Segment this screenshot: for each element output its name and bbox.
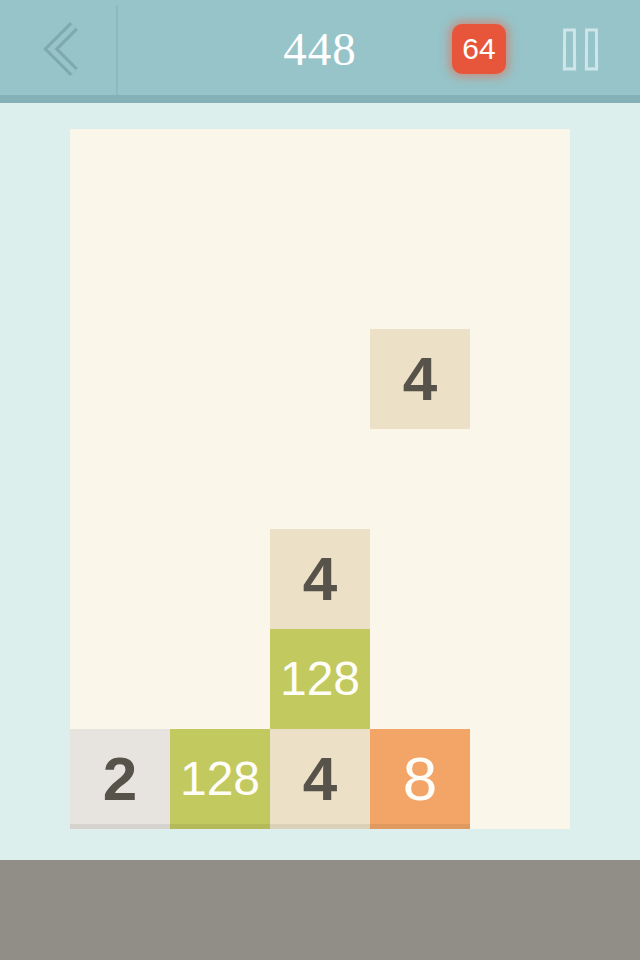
tile-128: 128 bbox=[270, 629, 370, 729]
pause-bar-right bbox=[584, 29, 597, 71]
footer-bar bbox=[0, 860, 640, 960]
tile-8: 8 bbox=[370, 729, 470, 829]
tile-4: 4 bbox=[270, 729, 370, 829]
tile-4: 4 bbox=[270, 529, 370, 629]
tile-128: 128 bbox=[170, 729, 270, 829]
game-board[interactable]: 44128212848 bbox=[70, 129, 570, 829]
header: 448 64 bbox=[0, 0, 640, 95]
header-separator bbox=[0, 95, 640, 103]
falling-tile[interactable]: 4 bbox=[370, 329, 470, 429]
pause-icon bbox=[563, 28, 598, 70]
pause-button[interactable] bbox=[544, 18, 616, 80]
pause-bar-left bbox=[562, 29, 575, 71]
app: 448 64 44128212848 bbox=[0, 0, 640, 960]
next-tile-badge: 64 bbox=[452, 24, 506, 74]
tile-2: 2 bbox=[70, 729, 170, 829]
game-area: 44128212848 bbox=[0, 103, 640, 860]
